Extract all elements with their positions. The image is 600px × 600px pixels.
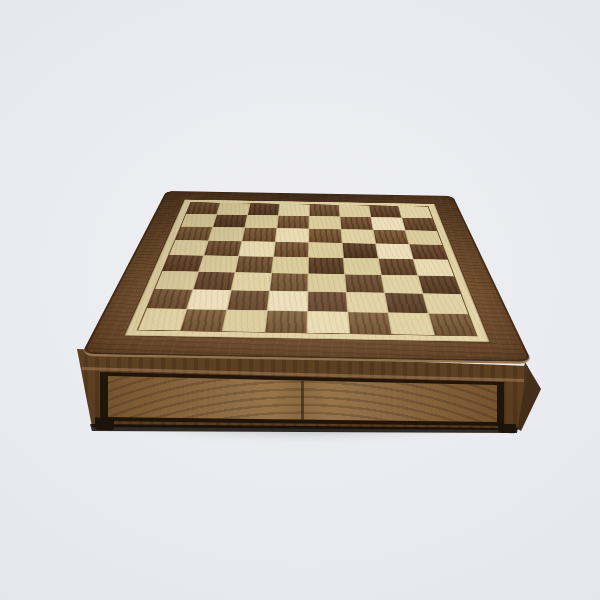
square	[429, 313, 476, 335]
square	[369, 205, 401, 217]
square	[308, 242, 342, 257]
square	[267, 291, 306, 311]
square	[265, 310, 307, 332]
square	[162, 255, 202, 271]
square	[270, 273, 308, 291]
square	[199, 255, 238, 271]
square	[371, 217, 404, 230]
square	[376, 243, 413, 258]
checkerboard	[136, 202, 477, 336]
square	[204, 240, 241, 255]
square	[373, 230, 408, 244]
square	[348, 312, 391, 334]
square	[217, 202, 249, 214]
square	[187, 289, 230, 309]
square	[409, 244, 447, 259]
square	[155, 271, 198, 289]
square	[248, 203, 279, 215]
square	[213, 214, 247, 227]
square	[193, 271, 234, 289]
square	[275, 228, 308, 242]
square	[175, 226, 212, 240]
square	[309, 216, 340, 229]
square	[235, 256, 272, 272]
square	[309, 228, 341, 242]
square	[413, 259, 453, 276]
square	[181, 214, 216, 227]
square	[378, 258, 416, 275]
square	[388, 312, 433, 334]
square	[418, 275, 460, 293]
square	[346, 292, 387, 312]
square	[308, 273, 345, 291]
square	[277, 215, 308, 228]
square	[345, 274, 384, 292]
square	[423, 293, 467, 313]
square	[227, 290, 268, 310]
square	[398, 206, 431, 218]
square	[381, 275, 421, 293]
square	[309, 204, 339, 216]
square	[308, 257, 343, 273]
square	[339, 205, 370, 217]
square	[307, 311, 348, 333]
square	[274, 242, 308, 257]
square	[342, 243, 377, 258]
square	[385, 293, 428, 313]
board-top	[0, 0, 600, 600]
square	[405, 230, 441, 244]
square	[180, 309, 226, 331]
square	[308, 291, 347, 311]
square	[340, 216, 372, 229]
square	[231, 272, 270, 290]
board-top-surface	[80, 190, 532, 363]
square	[278, 204, 308, 216]
square	[242, 227, 276, 241]
square	[239, 241, 275, 256]
square	[138, 308, 186, 330]
square	[186, 202, 220, 214]
square	[272, 256, 308, 272]
square	[208, 227, 243, 241]
square	[402, 217, 437, 230]
square	[341, 229, 375, 243]
square	[147, 289, 192, 309]
product-photo	[0, 0, 600, 600]
square	[245, 215, 278, 228]
square	[343, 258, 380, 274]
square	[169, 240, 207, 255]
square	[222, 310, 266, 332]
